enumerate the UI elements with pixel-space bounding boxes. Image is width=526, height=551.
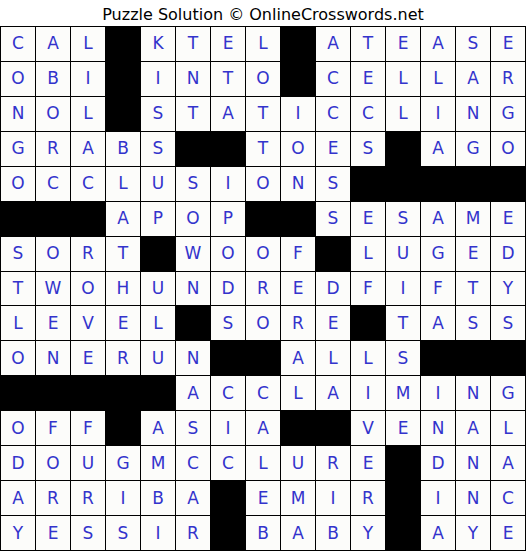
block-cell-r11c2 [36,376,71,411]
letter-cell-r5c2: C [36,167,71,202]
letter-cell-r14c13: I [421,481,456,516]
block-cell-r2c9 [281,62,316,97]
letter-cell-r15c2: E [36,516,71,551]
block-cell-r7c10 [316,237,351,272]
letter-cell-r15c11: Y [351,516,386,551]
letter-cell-r8c14: T [456,272,491,307]
letter-cell-r8c10: D [316,272,351,307]
title-bar: Puzzle Solution © OnlineCrosswords.net [0,0,526,26]
letter-cell-r4c9: O [281,132,316,167]
letter-cell-r4c5: S [141,132,176,167]
letter-cell-r7c12: U [386,237,421,272]
letter-cell-r10c3: E [71,341,106,376]
letter-cell-r9c14: S [456,306,491,341]
letter-cell-r10c4: R [106,341,141,376]
block-cell-r14c7 [211,481,246,516]
letter-cell-r12c1: O [1,411,36,446]
letter-cell-r5c5: U [141,167,176,202]
block-cell-r4c7 [211,132,246,167]
letter-cell-r12c15: L [491,411,526,446]
letter-cell-r1c10: A [316,27,351,62]
block-cell-r10c7 [211,341,246,376]
letter-cell-r12c5: A [141,411,176,446]
letter-cell-r4c15: O [491,132,526,167]
letter-cell-r14c2: R [36,481,71,516]
letter-cell-r7c4: T [106,237,141,272]
letter-cell-r9c2: E [36,306,71,341]
block-cell-r6c1 [1,202,36,237]
letter-cell-r14c14: N [456,481,491,516]
letter-cell-r1c15: E [491,27,526,62]
letter-cell-r6c11: E [351,202,386,237]
letter-cell-r3c10: C [316,97,351,132]
letter-cell-r7c13: G [421,237,456,272]
letter-cell-r15c1: Y [1,516,36,551]
block-cell-r12c10 [316,411,351,446]
letter-cell-r11c12: M [386,376,421,411]
block-cell-r6c2 [36,202,71,237]
letter-cell-r1c2: A [36,27,71,62]
letter-cell-r4c11: S [351,132,386,167]
letter-cell-r2c2: B [36,62,71,97]
letter-cell-r2c3: I [71,62,106,97]
letter-cell-r15c8: B [246,516,281,551]
letter-cell-r14c15: C [491,481,526,516]
letter-cell-r2c15: R [491,62,526,97]
block-cell-r10c15 [491,341,526,376]
letter-cell-r10c11: L [351,341,386,376]
letter-cell-r13c2: O [36,446,71,481]
letter-cell-r2c6: N [176,62,211,97]
letter-cell-r8c2: W [36,272,71,307]
letter-cell-r13c10: R [316,446,351,481]
letter-cell-r3c7: A [211,97,246,132]
letter-cell-r8c5: U [141,272,176,307]
letter-cell-r3c14: N [456,97,491,132]
letter-cell-r2c1: O [1,62,36,97]
block-cell-r11c5 [141,376,176,411]
letter-cell-r3c12: L [386,97,421,132]
letter-cell-r15c5: I [141,516,176,551]
letter-cell-r13c11: E [351,446,386,481]
letter-cell-r8c6: N [176,272,211,307]
block-cell-r7c5 [141,237,176,272]
letter-cell-r9c4: E [106,306,141,341]
letter-cell-r3c6: T [176,97,211,132]
letter-cell-r14c8: E [246,481,281,516]
block-cell-r11c3 [71,376,106,411]
letter-cell-r11c6: A [176,376,211,411]
letter-cell-r7c14: E [456,237,491,272]
letter-cell-r13c4: G [106,446,141,481]
block-cell-r3c4 [106,97,141,132]
letter-cell-r12c14: A [456,411,491,446]
letter-cell-r4c3: A [71,132,106,167]
letter-cell-r13c3: U [71,446,106,481]
letter-cell-r10c12: S [386,341,421,376]
letter-cell-r8c11: F [351,272,386,307]
letter-cell-r1c12: E [386,27,421,62]
letter-cell-r1c11: T [351,27,386,62]
letter-cell-r1c7: E [211,27,246,62]
letter-cell-r1c6: T [176,27,211,62]
block-cell-r15c12 [386,516,421,551]
letter-cell-r2c14: A [456,62,491,97]
block-cell-r9c11 [351,306,386,341]
letter-cell-r3c15: G [491,97,526,132]
letter-cell-r9c7: S [211,306,246,341]
letter-cell-r1c3: L [71,27,106,62]
block-cell-r1c4 [106,27,141,62]
letter-cell-r8c8: R [246,272,281,307]
letter-cell-r15c4: S [106,516,141,551]
letter-cell-r9c1: L [1,306,36,341]
letter-cell-r5c4: L [106,167,141,202]
letter-cell-r2c11: E [351,62,386,97]
letter-cell-r8c15: Y [491,272,526,307]
letter-cell-r10c9: A [281,341,316,376]
letter-cell-r6c14: M [456,202,491,237]
letter-cell-r8c1: T [1,272,36,307]
letter-cell-r7c7: O [211,237,246,272]
letter-cell-r8c12: I [386,272,421,307]
letter-cell-r14c9: M [281,481,316,516]
letter-cell-r6c4: A [106,202,141,237]
letter-cell-r5c9: N [281,167,316,202]
block-cell-r6c3 [71,202,106,237]
letter-cell-r4c13: A [421,132,456,167]
letter-cell-r12c7: I [211,411,246,446]
letter-cell-r14c6: A [176,481,211,516]
letter-cell-r13c1: D [1,446,36,481]
letter-cell-r15c10: B [316,516,351,551]
block-cell-r10c13 [421,341,456,376]
letter-cell-r9c3: V [71,306,106,341]
letter-cell-r14c1: A [1,481,36,516]
letter-cell-r13c5: M [141,446,176,481]
block-cell-r5c11 [351,167,386,202]
block-cell-r5c12 [386,167,421,202]
letter-cell-r4c4: B [106,132,141,167]
letter-cell-r8c4: H [106,272,141,307]
letter-cell-r11c8: C [246,376,281,411]
page-title: Puzzle Solution © OnlineCrosswords.net [102,5,424,24]
letter-cell-r6c5: P [141,202,176,237]
block-cell-r4c12 [386,132,421,167]
letter-cell-r1c8: L [246,27,281,62]
letter-cell-r14c5: B [141,481,176,516]
block-cell-r6c9 [281,202,316,237]
block-cell-r15c7 [211,516,246,551]
letter-cell-r4c8: T [246,132,281,167]
letter-cell-r14c10: I [316,481,351,516]
block-cell-r5c15 [491,167,526,202]
letter-cell-r10c2: N [36,341,71,376]
letter-cell-r15c15: E [491,516,526,551]
letter-cell-r5c6: S [176,167,211,202]
letter-cell-r9c13: A [421,306,456,341]
letter-cell-r1c14: S [456,27,491,62]
letter-cell-r9c10: E [316,306,351,341]
letter-cell-r7c15: D [491,237,526,272]
letter-cell-r13c6: C [176,446,211,481]
block-cell-r11c4 [106,376,141,411]
letter-cell-r10c6: N [176,341,211,376]
letter-cell-r3c3: L [71,97,106,132]
block-cell-r6c8 [246,202,281,237]
letter-cell-r12c8: A [246,411,281,446]
letter-cell-r9c12: T [386,306,421,341]
letter-cell-r13c14: N [456,446,491,481]
letter-cell-r12c2: F [36,411,71,446]
letter-cell-r7c1: S [1,237,36,272]
letter-cell-r2c10: C [316,62,351,97]
block-cell-r12c4 [106,411,141,446]
letter-cell-r6c12: S [386,202,421,237]
letter-cell-r3c2: O [36,97,71,132]
letter-cell-r15c3: S [71,516,106,551]
letter-cell-r6c13: A [421,202,456,237]
letter-cell-r7c2: O [36,237,71,272]
letter-cell-r8c13: F [421,272,456,307]
letter-cell-r10c5: U [141,341,176,376]
letter-cell-r5c7: I [211,167,246,202]
letter-cell-r13c9: U [281,446,316,481]
letter-cell-r10c1: O [1,341,36,376]
letter-cell-r9c8: O [246,306,281,341]
letter-cell-r2c8: O [246,62,281,97]
letter-cell-r6c10: S [316,202,351,237]
letter-cell-r14c3: R [71,481,106,516]
letter-cell-r3c11: C [351,97,386,132]
letter-cell-r13c13: D [421,446,456,481]
letter-cell-r6c6: O [176,202,211,237]
letter-cell-r5c3: C [71,167,106,202]
letter-cell-r11c9: L [281,376,316,411]
letter-cell-r7c11: L [351,237,386,272]
letter-cell-r9c9: R [281,306,316,341]
block-cell-r9c6 [176,306,211,341]
letter-cell-r5c8: O [246,167,281,202]
letter-cell-r11c11: I [351,376,386,411]
letter-cell-r2c13: L [421,62,456,97]
letter-cell-r14c11: R [351,481,386,516]
letter-cell-r3c5: S [141,97,176,132]
block-cell-r4c6 [176,132,211,167]
letter-cell-r11c13: I [421,376,456,411]
letter-cell-r12c12: E [386,411,421,446]
letter-cell-r4c10: E [316,132,351,167]
letter-cell-r8c9: E [281,272,316,307]
letter-cell-r12c11: V [351,411,386,446]
letter-cell-r7c8: O [246,237,281,272]
block-cell-r10c8 [246,341,281,376]
letter-cell-r15c6: R [176,516,211,551]
block-cell-r2c4 [106,62,141,97]
letter-cell-r9c5: L [141,306,176,341]
letter-cell-r14c4: I [106,481,141,516]
letter-cell-r8c3: O [71,272,106,307]
letter-cell-r15c14: Y [456,516,491,551]
crossword-grid: CALKTELATEASEOBIINTOCELLARNOLSTATICCLING… [0,26,526,551]
letter-cell-r4c2: R [36,132,71,167]
letter-cell-r12c13: N [421,411,456,446]
letter-cell-r3c8: T [246,97,281,132]
block-cell-r12c9 [281,411,316,446]
letter-cell-r13c8: L [246,446,281,481]
letter-cell-r6c15: E [491,202,526,237]
letter-cell-r11c15: G [491,376,526,411]
letter-cell-r11c14: N [456,376,491,411]
letter-cell-r5c10: S [316,167,351,202]
block-cell-r13c12 [386,446,421,481]
letter-cell-r1c1: C [1,27,36,62]
letter-cell-r13c15: A [491,446,526,481]
letter-cell-r1c13: A [421,27,456,62]
letter-cell-r15c9: A [281,516,316,551]
letter-cell-r7c9: F [281,237,316,272]
letter-cell-r3c13: I [421,97,456,132]
letter-cell-r4c14: G [456,132,491,167]
block-cell-r5c14 [456,167,491,202]
letter-cell-r7c3: R [71,237,106,272]
letter-cell-r7c6: W [176,237,211,272]
letter-cell-r9c15: S [491,306,526,341]
letter-cell-r5c1: O [1,167,36,202]
letter-cell-r12c3: F [71,411,106,446]
letter-cell-r2c7: T [211,62,246,97]
letter-cell-r2c5: I [141,62,176,97]
block-cell-r5c13 [421,167,456,202]
letter-cell-r1c5: K [141,27,176,62]
letter-cell-r6c7: P [211,202,246,237]
block-cell-r10c14 [456,341,491,376]
letter-cell-r11c10: A [316,376,351,411]
letter-cell-r4c1: G [1,132,36,167]
letter-cell-r12c6: S [176,411,211,446]
letter-cell-r15c13: A [421,516,456,551]
letter-cell-r13c7: C [211,446,246,481]
letter-cell-r10c10: L [316,341,351,376]
letter-cell-r2c12: L [386,62,421,97]
block-cell-r1c9 [281,27,316,62]
block-cell-r14c12 [386,481,421,516]
letter-cell-r3c9: I [281,97,316,132]
block-cell-r11c1 [1,376,36,411]
letter-cell-r3c1: N [1,97,36,132]
letter-cell-r11c7: C [211,376,246,411]
letter-cell-r8c7: D [211,272,246,307]
